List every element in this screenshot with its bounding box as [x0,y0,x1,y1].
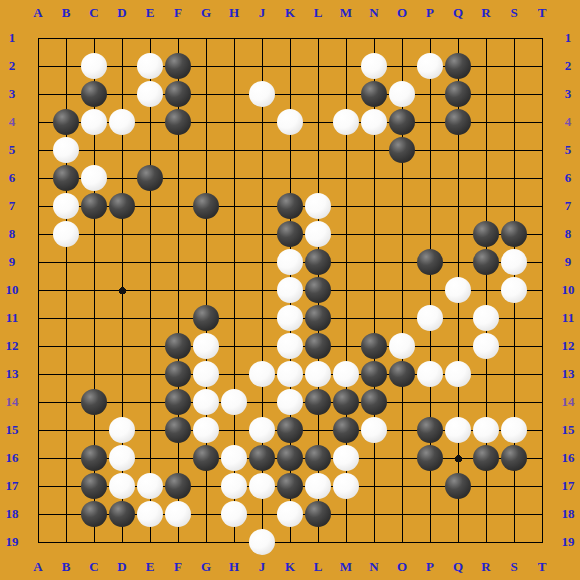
intersection-A7[interactable] [24,192,52,220]
intersection-H10[interactable] [220,276,248,304]
intersection-P15[interactable] [416,416,444,444]
intersection-B15[interactable] [52,416,80,444]
intersection-R12[interactable] [472,332,500,360]
intersection-T1[interactable] [528,24,556,52]
intersection-R11[interactable] [472,304,500,332]
intersection-Q4[interactable] [444,108,472,136]
intersection-T16[interactable] [528,444,556,472]
intersection-P10[interactable] [416,276,444,304]
intersection-H13[interactable] [220,360,248,388]
intersection-N14[interactable] [360,388,388,416]
intersection-F14[interactable] [164,388,192,416]
intersection-Q15[interactable] [444,416,472,444]
intersection-E13[interactable] [136,360,164,388]
intersection-C1[interactable] [80,24,108,52]
intersection-G13[interactable] [192,360,220,388]
intersection-P14[interactable] [416,388,444,416]
intersection-Q8[interactable] [444,220,472,248]
intersection-T15[interactable] [528,416,556,444]
intersection-E1[interactable] [136,24,164,52]
intersection-E12[interactable] [136,332,164,360]
intersection-F19[interactable] [164,528,192,556]
intersection-N9[interactable] [360,248,388,276]
intersection-R4[interactable] [472,108,500,136]
intersection-E8[interactable] [136,220,164,248]
intersection-A9[interactable] [24,248,52,276]
intersection-T3[interactable] [528,80,556,108]
intersection-D2[interactable] [108,52,136,80]
intersection-L18[interactable] [304,500,332,528]
intersection-F9[interactable] [164,248,192,276]
intersection-A5[interactable] [24,136,52,164]
intersection-J10[interactable] [248,276,276,304]
intersection-G14[interactable] [192,388,220,416]
intersection-Q19[interactable] [444,528,472,556]
intersection-H18[interactable] [220,500,248,528]
intersection-E14[interactable] [136,388,164,416]
intersection-K13[interactable] [276,360,304,388]
intersection-B7[interactable] [52,192,80,220]
intersection-S7[interactable] [500,192,528,220]
intersection-M14[interactable] [332,388,360,416]
intersection-J12[interactable] [248,332,276,360]
intersection-P11[interactable] [416,304,444,332]
intersection-M16[interactable] [332,444,360,472]
intersection-Q13[interactable] [444,360,472,388]
intersection-S6[interactable] [500,164,528,192]
intersection-T10[interactable] [528,276,556,304]
intersection-H19[interactable] [220,528,248,556]
intersection-B11[interactable] [52,304,80,332]
intersection-L7[interactable] [304,192,332,220]
intersection-R2[interactable] [472,52,500,80]
intersection-A14[interactable] [24,388,52,416]
intersection-M6[interactable] [332,164,360,192]
intersection-H7[interactable] [220,192,248,220]
intersection-F1[interactable] [164,24,192,52]
intersection-A6[interactable] [24,164,52,192]
intersection-P19[interactable] [416,528,444,556]
intersection-N16[interactable] [360,444,388,472]
intersection-D15[interactable] [108,416,136,444]
intersection-R8[interactable] [472,220,500,248]
intersection-S15[interactable] [500,416,528,444]
intersection-J4[interactable] [248,108,276,136]
intersection-Q6[interactable] [444,164,472,192]
intersection-N15[interactable] [360,416,388,444]
intersection-O2[interactable] [388,52,416,80]
intersection-H17[interactable] [220,472,248,500]
intersection-C14[interactable] [80,388,108,416]
intersection-M18[interactable] [332,500,360,528]
intersection-Q2[interactable] [444,52,472,80]
intersection-G12[interactable] [192,332,220,360]
intersection-D16[interactable] [108,444,136,472]
intersection-T4[interactable] [528,108,556,136]
intersection-O17[interactable] [388,472,416,500]
intersection-D19[interactable] [108,528,136,556]
intersection-J13[interactable] [248,360,276,388]
intersection-B13[interactable] [52,360,80,388]
intersection-E19[interactable] [136,528,164,556]
intersection-H3[interactable] [220,80,248,108]
intersection-D7[interactable] [108,192,136,220]
intersection-K19[interactable] [276,528,304,556]
intersection-S13[interactable] [500,360,528,388]
intersection-A15[interactable] [24,416,52,444]
intersection-R3[interactable] [472,80,500,108]
intersection-A4[interactable] [24,108,52,136]
intersection-M19[interactable] [332,528,360,556]
intersection-C10[interactable] [80,276,108,304]
intersection-K16[interactable] [276,444,304,472]
intersection-K7[interactable] [276,192,304,220]
intersection-O8[interactable] [388,220,416,248]
intersection-A12[interactable] [24,332,52,360]
intersection-C6[interactable] [80,164,108,192]
intersection-P2[interactable] [416,52,444,80]
intersection-N3[interactable] [360,80,388,108]
intersection-A13[interactable] [24,360,52,388]
intersection-O4[interactable] [388,108,416,136]
intersection-O11[interactable] [388,304,416,332]
intersection-E10[interactable] [136,276,164,304]
intersection-A1[interactable] [24,24,52,52]
intersection-F5[interactable] [164,136,192,164]
intersection-D12[interactable] [108,332,136,360]
intersection-D10[interactable] [108,276,136,304]
intersection-Q10[interactable] [444,276,472,304]
intersection-J17[interactable] [248,472,276,500]
intersection-S5[interactable] [500,136,528,164]
intersection-J3[interactable] [248,80,276,108]
intersection-R9[interactable] [472,248,500,276]
intersection-G8[interactable] [192,220,220,248]
intersection-D1[interactable] [108,24,136,52]
intersection-S3[interactable] [500,80,528,108]
intersection-G4[interactable] [192,108,220,136]
intersection-J18[interactable] [248,500,276,528]
intersection-G19[interactable] [192,528,220,556]
intersection-N17[interactable] [360,472,388,500]
intersection-C11[interactable] [80,304,108,332]
intersection-R17[interactable] [472,472,500,500]
intersection-O13[interactable] [388,360,416,388]
intersection-T19[interactable] [528,528,556,556]
intersection-S16[interactable] [500,444,528,472]
intersection-J19[interactable] [248,528,276,556]
intersection-J15[interactable] [248,416,276,444]
intersection-P8[interactable] [416,220,444,248]
intersection-E17[interactable] [136,472,164,500]
intersection-M12[interactable] [332,332,360,360]
intersection-H8[interactable] [220,220,248,248]
intersection-H11[interactable] [220,304,248,332]
intersection-F6[interactable] [164,164,192,192]
intersection-H14[interactable] [220,388,248,416]
intersection-B19[interactable] [52,528,80,556]
intersection-M7[interactable] [332,192,360,220]
intersection-L5[interactable] [304,136,332,164]
intersection-O6[interactable] [388,164,416,192]
intersection-B6[interactable] [52,164,80,192]
intersection-K8[interactable] [276,220,304,248]
intersection-S19[interactable] [500,528,528,556]
intersection-B2[interactable] [52,52,80,80]
intersection-P18[interactable] [416,500,444,528]
intersection-N19[interactable] [360,528,388,556]
intersection-H1[interactable] [220,24,248,52]
intersection-E9[interactable] [136,248,164,276]
intersection-C13[interactable] [80,360,108,388]
intersection-F4[interactable] [164,108,192,136]
intersection-C5[interactable] [80,136,108,164]
intersection-T13[interactable] [528,360,556,388]
intersection-Q12[interactable] [444,332,472,360]
intersection-C17[interactable] [80,472,108,500]
intersection-Q11[interactable] [444,304,472,332]
intersection-H5[interactable] [220,136,248,164]
intersection-K9[interactable] [276,248,304,276]
intersection-M15[interactable] [332,416,360,444]
intersection-A8[interactable] [24,220,52,248]
intersection-G15[interactable] [192,416,220,444]
intersection-D3[interactable] [108,80,136,108]
intersection-B5[interactable] [52,136,80,164]
intersection-M11[interactable] [332,304,360,332]
intersection-E2[interactable] [136,52,164,80]
intersection-A18[interactable] [24,500,52,528]
intersection-S1[interactable] [500,24,528,52]
intersection-G16[interactable] [192,444,220,472]
intersection-J1[interactable] [248,24,276,52]
intersection-G5[interactable] [192,136,220,164]
intersection-F7[interactable] [164,192,192,220]
intersection-G18[interactable] [192,500,220,528]
intersection-B9[interactable] [52,248,80,276]
intersection-M5[interactable] [332,136,360,164]
intersection-C7[interactable] [80,192,108,220]
intersection-N4[interactable] [360,108,388,136]
intersection-T2[interactable] [528,52,556,80]
intersection-H15[interactable] [220,416,248,444]
intersection-J6[interactable] [248,164,276,192]
intersection-T6[interactable] [528,164,556,192]
intersection-G2[interactable] [192,52,220,80]
intersection-E16[interactable] [136,444,164,472]
intersection-F2[interactable] [164,52,192,80]
intersection-O15[interactable] [388,416,416,444]
intersection-F16[interactable] [164,444,192,472]
intersection-R6[interactable] [472,164,500,192]
intersection-Q18[interactable] [444,500,472,528]
intersection-N6[interactable] [360,164,388,192]
intersection-Q9[interactable] [444,248,472,276]
intersection-F8[interactable] [164,220,192,248]
intersection-L13[interactable] [304,360,332,388]
intersection-C4[interactable] [80,108,108,136]
intersection-B16[interactable] [52,444,80,472]
intersection-C16[interactable] [80,444,108,472]
intersection-M9[interactable] [332,248,360,276]
intersection-R18[interactable] [472,500,500,528]
intersection-P13[interactable] [416,360,444,388]
intersection-F18[interactable] [164,500,192,528]
intersection-D4[interactable] [108,108,136,136]
intersection-T11[interactable] [528,304,556,332]
intersection-G7[interactable] [192,192,220,220]
intersection-M4[interactable] [332,108,360,136]
intersection-D5[interactable] [108,136,136,164]
intersection-L9[interactable] [304,248,332,276]
intersection-K5[interactable] [276,136,304,164]
intersection-H16[interactable] [220,444,248,472]
intersection-O5[interactable] [388,136,416,164]
intersection-D9[interactable] [108,248,136,276]
intersection-K14[interactable] [276,388,304,416]
intersection-R1[interactable] [472,24,500,52]
intersection-P16[interactable] [416,444,444,472]
intersection-N18[interactable] [360,500,388,528]
intersection-G17[interactable] [192,472,220,500]
intersection-C9[interactable] [80,248,108,276]
intersection-N10[interactable] [360,276,388,304]
intersection-N1[interactable] [360,24,388,52]
intersection-A3[interactable] [24,80,52,108]
intersection-S8[interactable] [500,220,528,248]
intersection-M1[interactable] [332,24,360,52]
intersection-M10[interactable] [332,276,360,304]
intersection-C18[interactable] [80,500,108,528]
intersection-K4[interactable] [276,108,304,136]
intersection-K11[interactable] [276,304,304,332]
intersection-R10[interactable] [472,276,500,304]
intersection-K12[interactable] [276,332,304,360]
intersection-L10[interactable] [304,276,332,304]
intersection-L6[interactable] [304,164,332,192]
intersection-G6[interactable] [192,164,220,192]
intersection-R14[interactable] [472,388,500,416]
intersection-D6[interactable] [108,164,136,192]
intersection-N11[interactable] [360,304,388,332]
intersection-Q7[interactable] [444,192,472,220]
intersection-O19[interactable] [388,528,416,556]
intersection-C2[interactable] [80,52,108,80]
intersection-L15[interactable] [304,416,332,444]
intersection-N13[interactable] [360,360,388,388]
intersection-H9[interactable] [220,248,248,276]
intersection-L4[interactable] [304,108,332,136]
intersection-F12[interactable] [164,332,192,360]
intersection-B14[interactable] [52,388,80,416]
intersection-P17[interactable] [416,472,444,500]
intersection-S18[interactable] [500,500,528,528]
intersection-L11[interactable] [304,304,332,332]
intersection-O12[interactable] [388,332,416,360]
intersection-D8[interactable] [108,220,136,248]
intersection-N2[interactable] [360,52,388,80]
intersection-E6[interactable] [136,164,164,192]
intersection-P9[interactable] [416,248,444,276]
intersection-N8[interactable] [360,220,388,248]
intersection-F17[interactable] [164,472,192,500]
intersection-F3[interactable] [164,80,192,108]
intersection-B4[interactable] [52,108,80,136]
intersection-R19[interactable] [472,528,500,556]
intersection-E3[interactable] [136,80,164,108]
intersection-K3[interactable] [276,80,304,108]
intersection-B1[interactable] [52,24,80,52]
intersection-A10[interactable] [24,276,52,304]
intersection-R7[interactable] [472,192,500,220]
intersection-J14[interactable] [248,388,276,416]
intersection-P12[interactable] [416,332,444,360]
intersection-C8[interactable] [80,220,108,248]
intersection-K2[interactable] [276,52,304,80]
intersection-L16[interactable] [304,444,332,472]
intersection-F11[interactable] [164,304,192,332]
intersection-Q14[interactable] [444,388,472,416]
intersection-J9[interactable] [248,248,276,276]
intersection-B3[interactable] [52,80,80,108]
intersection-H2[interactable] [220,52,248,80]
intersection-Q16[interactable] [444,444,472,472]
intersection-P7[interactable] [416,192,444,220]
intersection-T9[interactable] [528,248,556,276]
intersection-S14[interactable] [500,388,528,416]
intersection-P5[interactable] [416,136,444,164]
intersection-H6[interactable] [220,164,248,192]
intersection-D14[interactable] [108,388,136,416]
intersection-B17[interactable] [52,472,80,500]
intersection-C15[interactable] [80,416,108,444]
intersection-T5[interactable] [528,136,556,164]
intersection-T17[interactable] [528,472,556,500]
intersection-P4[interactable] [416,108,444,136]
intersection-O10[interactable] [388,276,416,304]
intersection-T7[interactable] [528,192,556,220]
intersection-J2[interactable] [248,52,276,80]
intersection-Q1[interactable] [444,24,472,52]
intersection-S2[interactable] [500,52,528,80]
intersection-O14[interactable] [388,388,416,416]
intersection-T14[interactable] [528,388,556,416]
intersection-P3[interactable] [416,80,444,108]
intersection-B8[interactable] [52,220,80,248]
intersection-O18[interactable] [388,500,416,528]
intersection-K10[interactable] [276,276,304,304]
intersection-Q17[interactable] [444,472,472,500]
intersection-L12[interactable] [304,332,332,360]
intersection-H12[interactable] [220,332,248,360]
intersection-A2[interactable] [24,52,52,80]
intersection-A11[interactable] [24,304,52,332]
intersection-T18[interactable] [528,500,556,528]
intersection-K15[interactable] [276,416,304,444]
intersection-O16[interactable] [388,444,416,472]
intersection-L1[interactable] [304,24,332,52]
intersection-B18[interactable] [52,500,80,528]
intersection-B10[interactable] [52,276,80,304]
intersection-R16[interactable] [472,444,500,472]
intersection-Q5[interactable] [444,136,472,164]
intersection-S10[interactable] [500,276,528,304]
intersection-A16[interactable] [24,444,52,472]
intersection-S17[interactable] [500,472,528,500]
intersection-J5[interactable] [248,136,276,164]
intersection-M3[interactable] [332,80,360,108]
intersection-G1[interactable] [192,24,220,52]
